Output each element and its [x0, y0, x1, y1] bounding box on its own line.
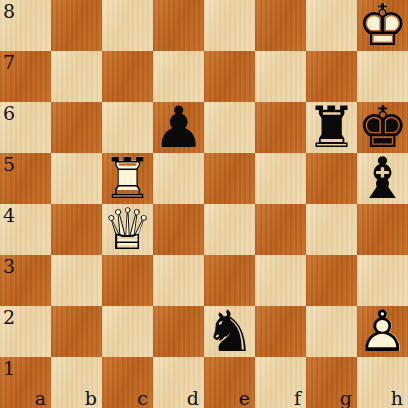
square-a6[interactable]: 6: [0, 102, 51, 153]
square-g1[interactable]: g: [306, 357, 357, 408]
square-h8[interactable]: ♔: [357, 0, 408, 51]
square-f6[interactable]: [255, 102, 306, 153]
square-a5[interactable]: 5: [0, 153, 51, 204]
square-c1[interactable]: c: [102, 357, 153, 408]
square-f4[interactable]: [255, 204, 306, 255]
square-d1[interactable]: d: [153, 357, 204, 408]
square-d4[interactable]: [153, 204, 204, 255]
square-a2[interactable]: 2: [0, 306, 51, 357]
rank-label-3: 3: [3, 255, 15, 277]
square-g2[interactable]: [306, 306, 357, 357]
chess-board: 8♔76♟♜♚5♖♝4♕32♞♙1abcdefgh: [0, 0, 408, 408]
square-h2[interactable]: ♙: [357, 306, 408, 357]
square-g3[interactable]: [306, 255, 357, 306]
square-e5[interactable]: [204, 153, 255, 204]
square-b4[interactable]: [51, 204, 102, 255]
rank-label-8: 8: [3, 0, 15, 22]
square-d8[interactable]: [153, 0, 204, 51]
file-label-e: e: [239, 387, 250, 408]
white-pawn: ♙: [357, 306, 408, 357]
square-f1[interactable]: f: [255, 357, 306, 408]
square-f3[interactable]: [255, 255, 306, 306]
file-label-f: f: [294, 387, 301, 408]
square-h1[interactable]: h: [357, 357, 408, 408]
square-b8[interactable]: [51, 0, 102, 51]
rank-label-2: 2: [3, 306, 15, 328]
file-label-d: d: [187, 387, 199, 408]
square-c2[interactable]: [102, 306, 153, 357]
black-rook: ♜: [306, 102, 357, 153]
file-label-b: b: [85, 387, 97, 408]
square-b6[interactable]: [51, 102, 102, 153]
square-g8[interactable]: [306, 0, 357, 51]
square-f7[interactable]: [255, 51, 306, 102]
file-label-h: h: [391, 387, 403, 408]
square-b7[interactable]: [51, 51, 102, 102]
square-d5[interactable]: [153, 153, 204, 204]
square-b5[interactable]: [51, 153, 102, 204]
square-a4[interactable]: 4: [0, 204, 51, 255]
square-f8[interactable]: [255, 0, 306, 51]
square-g5[interactable]: [306, 153, 357, 204]
square-b3[interactable]: [51, 255, 102, 306]
black-bishop: ♝: [357, 153, 408, 204]
square-c8[interactable]: [102, 0, 153, 51]
square-d3[interactable]: [153, 255, 204, 306]
square-a1[interactable]: 1a: [0, 357, 51, 408]
rank-label-7: 7: [3, 51, 15, 73]
file-label-a: a: [35, 387, 46, 408]
square-e7[interactable]: [204, 51, 255, 102]
square-g6[interactable]: ♜: [306, 102, 357, 153]
square-a7[interactable]: 7: [0, 51, 51, 102]
square-h5[interactable]: ♝: [357, 153, 408, 204]
black-pawn: ♟: [153, 102, 204, 153]
rank-label-4: 4: [3, 204, 15, 226]
square-a8[interactable]: 8: [0, 0, 51, 51]
file-label-g: g: [340, 387, 352, 408]
square-g4[interactable]: [306, 204, 357, 255]
square-b1[interactable]: b: [51, 357, 102, 408]
square-e1[interactable]: e: [204, 357, 255, 408]
white-king: ♔: [357, 0, 408, 51]
square-c7[interactable]: [102, 51, 153, 102]
square-c4[interactable]: ♕: [102, 204, 153, 255]
square-h4[interactable]: [357, 204, 408, 255]
rank-label-1: 1: [3, 357, 15, 379]
square-e6[interactable]: [204, 102, 255, 153]
square-a3[interactable]: 3: [0, 255, 51, 306]
rank-label-6: 6: [3, 102, 15, 124]
square-c3[interactable]: [102, 255, 153, 306]
square-f2[interactable]: [255, 306, 306, 357]
square-d2[interactable]: [153, 306, 204, 357]
black-knight: ♞: [204, 306, 255, 357]
rank-label-5: 5: [3, 153, 15, 175]
file-label-c: c: [137, 387, 148, 408]
white-queen: ♕: [102, 204, 153, 255]
square-e8[interactable]: [204, 0, 255, 51]
square-f5[interactable]: [255, 153, 306, 204]
square-e4[interactable]: [204, 204, 255, 255]
square-e2[interactable]: ♞: [204, 306, 255, 357]
square-b2[interactable]: [51, 306, 102, 357]
square-d6[interactable]: ♟: [153, 102, 204, 153]
